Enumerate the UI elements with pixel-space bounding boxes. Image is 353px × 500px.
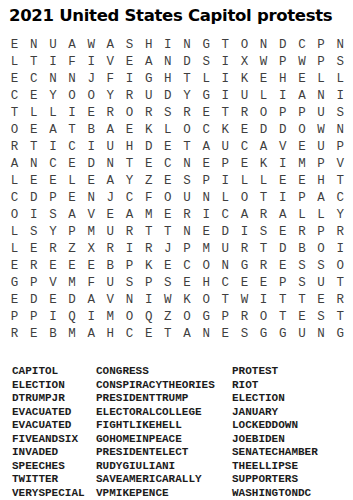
grid-cell[interactable]: A <box>197 139 216 156</box>
grid-cell[interactable]: N <box>197 190 216 207</box>
grid-cell[interactable]: O <box>331 258 350 275</box>
grid-cell[interactable]: E <box>82 105 101 122</box>
grid-cell[interactable]: R <box>254 207 273 224</box>
grid-cell[interactable]: E <box>24 173 43 190</box>
grid-cell[interactable]: S <box>158 105 177 122</box>
grid-cell[interactable]: E <box>292 71 311 88</box>
grid-cell[interactable]: W <box>292 54 311 71</box>
grid-cell[interactable]: L <box>331 71 350 88</box>
grid-cell[interactable]: O <box>5 122 24 139</box>
grid-cell[interactable]: S <box>292 258 311 275</box>
grid-cell[interactable]: N <box>82 190 101 207</box>
grid-cell[interactable]: E <box>158 139 177 156</box>
grid-cell[interactable]: S <box>158 275 177 292</box>
grid-cell[interactable]: E <box>139 156 158 173</box>
grid-cell[interactable]: R <box>139 241 158 258</box>
grid-cell[interactable]: I <box>216 71 235 88</box>
grid-cell[interactable]: S <box>254 224 273 241</box>
grid-cell[interactable]: G <box>254 326 273 343</box>
grid-cell[interactable]: E <box>177 275 196 292</box>
grid-cell[interactable]: E <box>292 173 311 190</box>
grid-cell[interactable]: I <box>139 292 158 309</box>
grid-cell[interactable]: U <box>216 139 235 156</box>
grid-cell[interactable]: R <box>139 105 158 122</box>
grid-cell[interactable]: R <box>43 241 62 258</box>
grid-cell[interactable]: C <box>235 139 254 156</box>
grid-cell[interactable]: B <box>292 241 311 258</box>
grid-cell[interactable]: N <box>177 224 196 241</box>
grid-cell[interactable]: O <box>120 105 139 122</box>
grid-cell[interactable]: R <box>177 105 196 122</box>
grid-cell[interactable]: M <box>139 207 158 224</box>
grid-cell[interactable]: O <box>197 292 216 309</box>
grid-cell[interactable]: R <box>120 224 139 241</box>
grid-cell[interactable]: X <box>235 54 254 71</box>
grid-cell[interactable]: E <box>24 326 43 343</box>
grid-cell[interactable]: Y <box>101 88 120 105</box>
grid-cell[interactable]: D <box>24 292 43 309</box>
grid-cell[interactable]: O <box>312 241 331 258</box>
grid-cell[interactable]: W <box>254 54 273 71</box>
grid-cell[interactable]: R <box>5 139 24 156</box>
grid-cell[interactable]: D <box>273 37 292 54</box>
grid-cell[interactable]: O <box>62 88 81 105</box>
grid-cell[interactable]: N <box>312 326 331 343</box>
grid-cell[interactable]: L <box>5 241 24 258</box>
grid-cell[interactable]: C <box>331 190 350 207</box>
grid-cell[interactable]: S <box>120 37 139 54</box>
grid-cell[interactable]: E <box>43 292 62 309</box>
grid-cell[interactable]: U <box>312 139 331 156</box>
grid-cell[interactable]: K <box>177 292 196 309</box>
grid-cell[interactable]: W <box>82 37 101 54</box>
grid-cell[interactable]: D <box>216 224 235 241</box>
grid-cell[interactable]: D <box>24 190 43 207</box>
grid-cell[interactable]: G <box>197 309 216 326</box>
grid-cell[interactable]: D <box>62 292 81 309</box>
grid-cell[interactable]: T <box>120 156 139 173</box>
grid-cell[interactable]: I <box>216 54 235 71</box>
grid-cell[interactable]: E <box>292 309 311 326</box>
grid-cell[interactable]: T <box>139 224 158 241</box>
grid-cell[interactable]: E <box>235 122 254 139</box>
grid-cell[interactable]: O <box>120 309 139 326</box>
grid-cell[interactable]: H <box>139 37 158 54</box>
grid-cell[interactable]: T <box>331 173 350 190</box>
grid-cell[interactable]: E <box>158 207 177 224</box>
grid-cell[interactable]: C <box>5 88 24 105</box>
grid-cell[interactable]: Q <box>139 309 158 326</box>
grid-cell[interactable]: R <box>120 88 139 105</box>
grid-cell[interactable]: L <box>216 190 235 207</box>
grid-cell[interactable]: N <box>177 37 196 54</box>
grid-cell[interactable]: R <box>235 105 254 122</box>
grid-cell[interactable]: L <box>197 71 216 88</box>
grid-cell[interactable]: I <box>43 54 62 71</box>
grid-cell[interactable]: R <box>101 105 120 122</box>
grid-cell[interactable]: T <box>273 309 292 326</box>
grid-cell[interactable]: U <box>235 88 254 105</box>
grid-cell[interactable]: A <box>43 122 62 139</box>
grid-cell[interactable]: I <box>62 105 81 122</box>
grid-cell[interactable]: P <box>5 309 24 326</box>
grid-cell[interactable]: A <box>82 292 101 309</box>
grid-cell[interactable]: N <box>312 88 331 105</box>
grid-cell[interactable]: P <box>177 241 196 258</box>
grid-cell[interactable]: A <box>101 122 120 139</box>
grid-cell[interactable]: D <box>273 241 292 258</box>
grid-cell[interactable]: I <box>254 292 273 309</box>
grid-cell[interactable]: L <box>312 71 331 88</box>
grid-cell[interactable]: R <box>331 224 350 241</box>
grid-cell[interactable]: G <box>331 326 350 343</box>
grid-cell[interactable]: Y <box>43 224 62 241</box>
grid-cell[interactable]: O <box>177 122 196 139</box>
grid-cell[interactable]: I <box>43 139 62 156</box>
grid-cell[interactable]: U <box>312 275 331 292</box>
grid-cell[interactable]: P <box>273 105 292 122</box>
grid-cell[interactable]: A <box>62 207 81 224</box>
grid-cell[interactable]: N <box>62 71 81 88</box>
grid-cell[interactable]: V <box>43 275 62 292</box>
grid-cell[interactable]: D <box>82 156 101 173</box>
grid-cell[interactable]: B <box>43 326 62 343</box>
grid-cell[interactable]: N <box>331 37 350 54</box>
grid-cell[interactable]: E <box>216 326 235 343</box>
grid-cell[interactable]: Z <box>158 309 177 326</box>
grid-cell[interactable]: T <box>273 292 292 309</box>
grid-cell[interactable]: E <box>5 37 24 54</box>
grid-cell[interactable]: N <box>254 37 273 54</box>
grid-cell[interactable]: R <box>235 309 254 326</box>
grid-cell[interactable]: R <box>254 258 273 275</box>
grid-cell[interactable]: V <box>82 207 101 224</box>
grid-cell[interactable]: C <box>216 207 235 224</box>
grid-cell[interactable]: H <box>158 71 177 88</box>
grid-cell[interactable]: E <box>82 258 101 275</box>
grid-cell[interactable]: E <box>62 258 81 275</box>
grid-cell[interactable]: N <box>177 156 196 173</box>
grid-cell[interactable]: P <box>24 275 43 292</box>
grid-cell[interactable]: S <box>331 54 350 71</box>
grid-cell[interactable]: I <box>24 207 43 224</box>
grid-cell[interactable]: C <box>24 71 43 88</box>
grid-cell[interactable]: S <box>292 275 311 292</box>
grid-cell[interactable]: V <box>273 139 292 156</box>
grid-cell[interactable]: P <box>312 224 331 241</box>
grid-cell[interactable]: I <box>120 241 139 258</box>
grid-cell[interactable]: N <box>331 122 350 139</box>
grid-cell[interactable]: J <box>101 190 120 207</box>
grid-cell[interactable]: A <box>120 207 139 224</box>
grid-cell[interactable]: M <box>292 156 311 173</box>
grid-cell[interactable]: E <box>197 224 216 241</box>
grid-cell[interactable]: O <box>235 37 254 54</box>
grid-cell[interactable]: A <box>254 139 273 156</box>
grid-cell[interactable]: C <box>120 190 139 207</box>
grid-cell[interactable]: I <box>158 37 177 54</box>
grid-cell[interactable]: I <box>197 207 216 224</box>
grid-cell[interactable]: A <box>82 326 101 343</box>
grid-cell[interactable]: V <box>331 156 350 173</box>
grid-cell[interactable]: C <box>197 122 216 139</box>
grid-cell[interactable]: W <box>312 122 331 139</box>
grid-cell[interactable]: G <box>235 258 254 275</box>
grid-cell[interactable]: V <box>101 54 120 71</box>
grid-cell[interactable]: L <box>254 88 273 105</box>
grid-cell[interactable]: P <box>139 275 158 292</box>
grid-cell[interactable]: L <box>235 173 254 190</box>
grid-cell[interactable]: O <box>254 309 273 326</box>
grid-cell[interactable]: N <box>120 292 139 309</box>
grid-cell[interactable]: M <box>62 326 81 343</box>
grid-cell[interactable]: L <box>43 105 62 122</box>
grid-cell[interactable]: L <box>5 173 24 190</box>
grid-cell[interactable]: P <box>273 275 292 292</box>
grid-cell[interactable]: E <box>120 122 139 139</box>
grid-cell[interactable]: Y <box>177 88 196 105</box>
grid-cell[interactable]: F <box>101 71 120 88</box>
grid-cell[interactable]: P <box>292 105 311 122</box>
grid-cell[interactable]: L <box>5 224 24 241</box>
grid-cell[interactable]: E <box>235 156 254 173</box>
grid-cell[interactable]: I <box>43 309 62 326</box>
grid-cell[interactable]: P <box>120 258 139 275</box>
grid-cell[interactable]: T <box>24 54 43 71</box>
grid-cell[interactable]: F <box>62 54 81 71</box>
grid-cell[interactable]: N <box>158 54 177 71</box>
grid-cell[interactable]: O <box>235 190 254 207</box>
grid-cell[interactable]: D <box>254 122 273 139</box>
grid-cell[interactable]: A <box>5 156 24 173</box>
grid-cell[interactable]: H <box>101 326 120 343</box>
grid-cell[interactable]: I <box>235 224 254 241</box>
grid-cell[interactable]: B <box>101 258 120 275</box>
grid-cell[interactable]: T <box>292 292 311 309</box>
grid-cell[interactable]: M <box>62 275 81 292</box>
grid-cell[interactable]: A <box>177 326 196 343</box>
grid-cell[interactable]: Y <box>43 88 62 105</box>
grid-cell[interactable]: L <box>5 54 24 71</box>
grid-cell[interactable]: J <box>82 71 101 88</box>
grid-cell[interactable]: E <box>24 241 43 258</box>
grid-cell[interactable]: O <box>5 207 24 224</box>
grid-cell[interactable]: U <box>216 241 235 258</box>
grid-cell[interactable]: U <box>101 139 120 156</box>
grid-cell[interactable]: K <box>139 258 158 275</box>
grid-cell[interactable]: J <box>158 241 177 258</box>
grid-cell[interactable]: S <box>197 54 216 71</box>
grid-cell[interactable]: Y <box>120 173 139 190</box>
grid-cell[interactable]: N <box>101 156 120 173</box>
grid-cell[interactable]: A <box>139 54 158 71</box>
grid-cell[interactable]: E <box>158 258 177 275</box>
grid-cell[interactable]: M <box>197 241 216 258</box>
grid-cell[interactable]: E <box>5 71 24 88</box>
grid-cell[interactable]: I <box>273 88 292 105</box>
grid-cell[interactable]: H <box>197 275 216 292</box>
grid-cell[interactable]: E <box>101 207 120 224</box>
grid-cell[interactable]: G <box>5 275 24 292</box>
grid-cell[interactable]: P <box>24 309 43 326</box>
grid-cell[interactable]: E <box>62 156 81 173</box>
grid-cell[interactable]: B <box>82 122 101 139</box>
grid-cell[interactable]: R <box>24 258 43 275</box>
grid-cell[interactable]: I <box>120 71 139 88</box>
grid-cell[interactable]: E <box>273 258 292 275</box>
grid-cell[interactable]: E <box>273 224 292 241</box>
grid-cell[interactable]: I <box>273 156 292 173</box>
grid-cell[interactable]: H <box>273 71 292 88</box>
grid-cell[interactable]: L <box>62 173 81 190</box>
grid-cell[interactable]: C <box>5 190 24 207</box>
grid-cell[interactable]: P <box>312 156 331 173</box>
grid-cell[interactable]: U <box>101 275 120 292</box>
grid-cell[interactable]: E <box>292 139 311 156</box>
grid-cell[interactable]: C <box>292 37 311 54</box>
grid-cell[interactable]: T <box>177 139 196 156</box>
grid-cell[interactable]: G <box>197 37 216 54</box>
grid-cell[interactable]: I <box>216 173 235 190</box>
grid-cell[interactable]: E <box>197 105 216 122</box>
grid-cell[interactable]: E <box>139 326 158 343</box>
grid-cell[interactable]: O <box>158 190 177 207</box>
grid-cell[interactable]: F <box>82 275 101 292</box>
grid-cell[interactable]: K <box>216 122 235 139</box>
grid-cell[interactable]: U <box>139 88 158 105</box>
grid-cell[interactable]: S <box>331 105 350 122</box>
grid-cell[interactable]: T <box>216 292 235 309</box>
grid-cell[interactable]: T <box>62 122 81 139</box>
grid-cell[interactable]: S <box>120 275 139 292</box>
grid-cell[interactable]: S <box>24 224 43 241</box>
grid-cell[interactable]: G <box>139 71 158 88</box>
grid-cell[interactable]: A <box>62 37 81 54</box>
grid-cell[interactable]: G <box>273 326 292 343</box>
grid-cell[interactable]: S <box>312 258 331 275</box>
grid-cell[interactable]: P <box>62 224 81 241</box>
grid-cell[interactable]: C <box>158 156 177 173</box>
grid-cell[interactable]: I <box>331 241 350 258</box>
grid-cell[interactable]: F <box>139 190 158 207</box>
grid-cell[interactable]: E <box>235 275 254 292</box>
grid-cell[interactable]: C <box>43 156 62 173</box>
grid-cell[interactable]: T <box>24 139 43 156</box>
grid-cell[interactable]: L <box>292 207 311 224</box>
grid-cell[interactable]: E <box>254 275 273 292</box>
grid-cell[interactable]: E <box>5 258 24 275</box>
grid-cell[interactable]: K <box>139 122 158 139</box>
grid-cell[interactable]: M <box>101 309 120 326</box>
grid-cell[interactable]: N <box>43 71 62 88</box>
grid-cell[interactable]: A <box>101 37 120 54</box>
grid-cell[interactable]: C <box>120 326 139 343</box>
grid-cell[interactable]: R <box>331 292 350 309</box>
grid-cell[interactable]: E <box>120 54 139 71</box>
grid-cell[interactable]: I <box>82 54 101 71</box>
grid-cell[interactable]: O <box>254 105 273 122</box>
grid-cell[interactable]: U <box>101 224 120 241</box>
grid-cell[interactable]: P <box>331 139 350 156</box>
grid-cell[interactable]: E <box>62 190 81 207</box>
grid-cell[interactable]: E <box>24 88 43 105</box>
grid-cell[interactable]: Z <box>139 173 158 190</box>
grid-cell[interactable]: E <box>5 292 24 309</box>
grid-cell[interactable]: P <box>216 156 235 173</box>
grid-cell[interactable]: I <box>331 88 350 105</box>
grid-cell[interactable]: T <box>177 71 196 88</box>
grid-cell[interactable]: I <box>273 190 292 207</box>
grid-cell[interactable]: O <box>177 309 196 326</box>
grid-cell[interactable]: U <box>43 37 62 54</box>
grid-cell[interactable]: V <box>101 292 120 309</box>
grid-cell[interactable]: E <box>273 173 292 190</box>
grid-cell[interactable]: E <box>82 173 101 190</box>
grid-cell[interactable]: P <box>197 173 216 190</box>
grid-cell[interactable]: A <box>235 207 254 224</box>
grid-cell[interactable]: N <box>24 37 43 54</box>
grid-cell[interactable]: E <box>197 156 216 173</box>
grid-cell[interactable]: N <box>197 326 216 343</box>
grid-cell[interactable]: Z <box>62 241 81 258</box>
grid-cell[interactable]: A <box>312 190 331 207</box>
grid-cell[interactable]: T <box>158 224 177 241</box>
grid-cell[interactable]: E <box>254 71 273 88</box>
grid-cell[interactable]: L <box>312 207 331 224</box>
grid-cell[interactable]: A <box>273 207 292 224</box>
grid-cell[interactable]: W <box>158 292 177 309</box>
grid-cell[interactable]: D <box>158 88 177 105</box>
grid-cell[interactable]: T <box>331 275 350 292</box>
grid-cell[interactable]: X <box>82 241 101 258</box>
grid-cell[interactable]: T <box>216 105 235 122</box>
grid-cell[interactable]: N <box>24 156 43 173</box>
grid-cell[interactable]: A <box>292 88 311 105</box>
grid-cell[interactable]: A <box>101 173 120 190</box>
grid-cell[interactable]: T <box>331 309 350 326</box>
grid-cell[interactable]: D <box>177 54 196 71</box>
grid-cell[interactable]: S <box>43 207 62 224</box>
grid-cell[interactable]: L <box>254 173 273 190</box>
grid-cell[interactable]: T <box>254 190 273 207</box>
grid-cell[interactable]: R <box>101 241 120 258</box>
grid-cell[interactable]: E <box>312 292 331 309</box>
grid-cell[interactable]: C <box>177 258 196 275</box>
grid-cell[interactable]: I <box>82 309 101 326</box>
grid-cell[interactable]: U <box>312 105 331 122</box>
grid-cell[interactable]: C <box>62 139 81 156</box>
grid-cell[interactable]: T <box>254 241 273 258</box>
grid-cell[interactable]: P <box>312 54 331 71</box>
grid-cell[interactable]: H <box>120 139 139 156</box>
grid-cell[interactable]: Q <box>62 309 81 326</box>
grid-cell[interactable]: I <box>82 139 101 156</box>
grid-cell[interactable]: O <box>82 88 101 105</box>
grid-cell[interactable]: M <box>82 224 101 241</box>
grid-cell[interactable]: P <box>216 309 235 326</box>
grid-cell[interactable]: E <box>43 258 62 275</box>
grid-cell[interactable]: E <box>24 122 43 139</box>
grid-cell[interactable]: O <box>197 258 216 275</box>
grid-cell[interactable]: U <box>177 190 196 207</box>
grid-cell[interactable]: P <box>273 54 292 71</box>
grid-cell[interactable]: D <box>139 139 158 156</box>
grid-cell[interactable]: P <box>292 190 311 207</box>
grid-cell[interactable]: T <box>216 37 235 54</box>
grid-cell[interactable]: N <box>216 258 235 275</box>
grid-cell[interactable]: C <box>216 275 235 292</box>
grid-cell[interactable]: D <box>273 122 292 139</box>
